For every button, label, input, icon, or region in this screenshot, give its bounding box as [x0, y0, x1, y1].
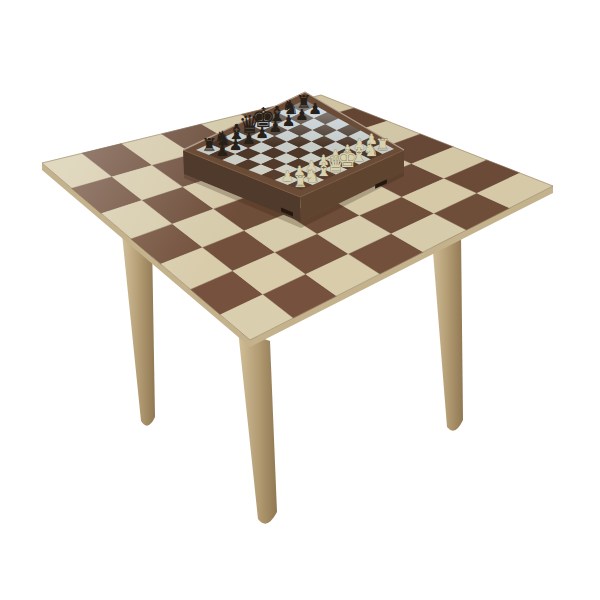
scene-svg: ♜♞♝♛♚♝♞♜♟♟♟♟♟♟♟♟♟♟♟♟♟♟♟♟♜♞♝♛♚♝♞♜	[0, 0, 600, 600]
piece-black-pawn-b7: ♟	[229, 136, 243, 154]
piece-black-pawn-f7: ♟	[282, 112, 296, 130]
left-leg	[122, 234, 155, 426]
piece-black-pawn-e7: ♟	[268, 118, 282, 136]
piece-white-pawn-a2: ♟	[281, 168, 294, 184]
piece-black-pawn-c7: ♟	[242, 130, 256, 148]
piece-black-pawn-d7: ♟	[255, 124, 269, 142]
piece-black-pawn-g7: ♟	[295, 106, 309, 124]
piece-black-pawn-h7: ♟	[308, 100, 322, 118]
piece-white-rook-h1: ♜	[375, 135, 389, 154]
front-leg	[238, 330, 277, 524]
right-leg	[431, 227, 463, 431]
piece-black-pawn-a7: ♟	[215, 142, 229, 160]
chess-table-photo: ♜♞♝♛♚♝♞♜♟♟♟♟♟♟♟♟♟♟♟♟♟♟♟♟♜♞♝♛♚♝♞♜	[0, 0, 600, 600]
